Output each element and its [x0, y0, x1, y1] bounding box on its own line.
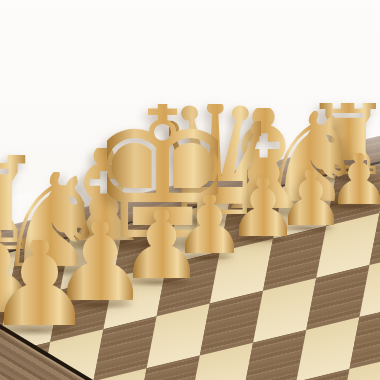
chess-set-photo: ♜♞♟♝♛♟♟♝♚♜♟♞♟♟♟♟: [0, 0, 380, 380]
piece-white-pawn-g2: ♟: [4, 240, 75, 331]
